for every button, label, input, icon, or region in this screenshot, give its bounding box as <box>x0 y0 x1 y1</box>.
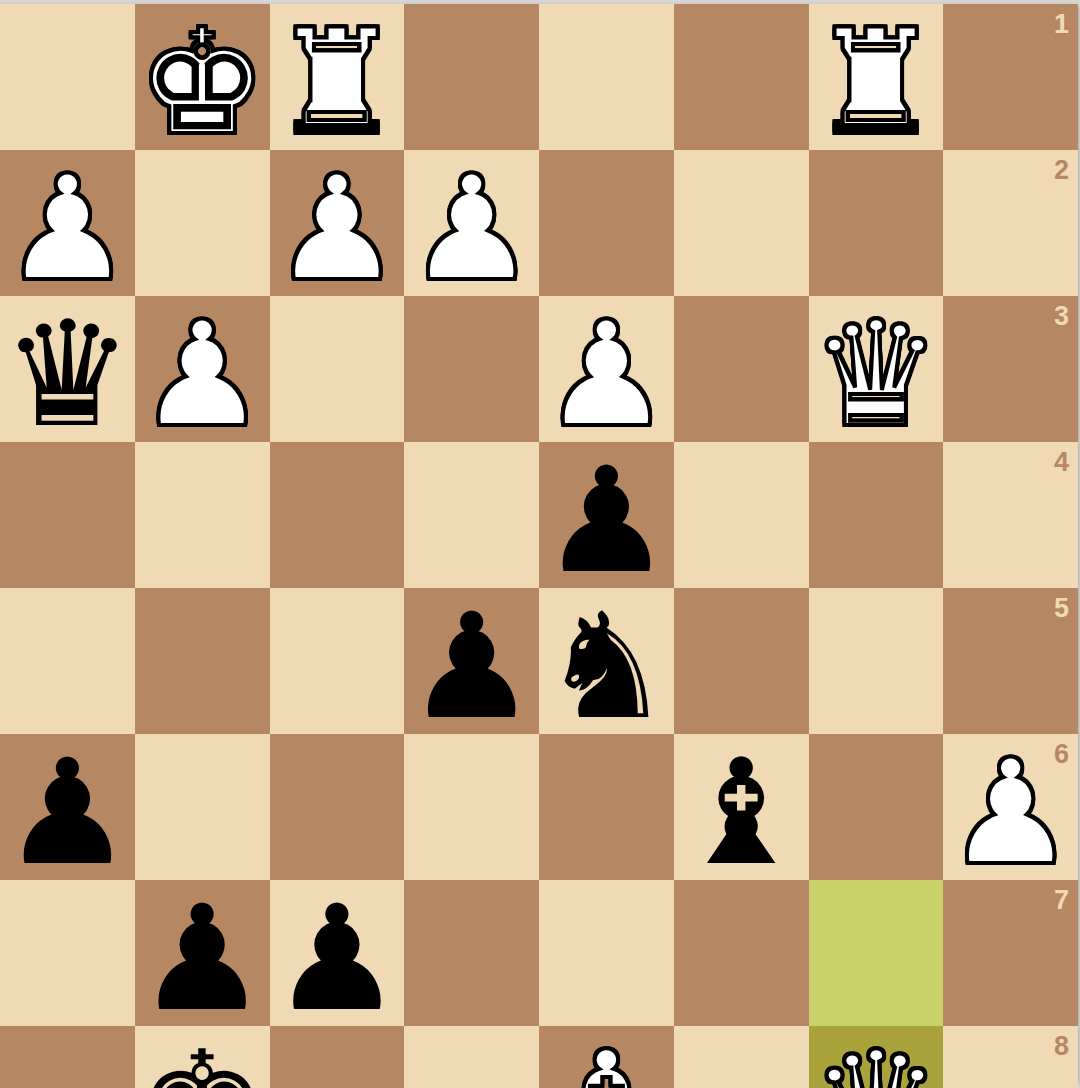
rank-label-4: 4 <box>1054 449 1069 476</box>
square-g4[interactable] <box>135 442 270 588</box>
white-bishop[interactable]: ♝ <box>541 1031 672 1088</box>
square-d2[interactable] <box>539 150 674 296</box>
square-d7[interactable] <box>539 880 674 1026</box>
white-pawn[interactable]: ♟ <box>271 155 402 301</box>
square-f1[interactable]: ♜ <box>270 4 405 150</box>
square-c2[interactable] <box>674 150 809 296</box>
square-b3[interactable]: ♛ <box>809 296 944 442</box>
square-f3[interactable] <box>270 296 405 442</box>
black-knight[interactable]: ♞ <box>541 593 672 739</box>
white-rook[interactable]: ♜ <box>271 9 402 155</box>
black-pawn[interactable]: ♟ <box>2 739 133 885</box>
rank-label-2: 2 <box>1054 157 1069 184</box>
square-g1[interactable]: ♚ <box>135 4 270 150</box>
square-a8[interactable]: a8 <box>943 1026 1078 1088</box>
square-c1[interactable] <box>674 4 809 150</box>
square-g7[interactable]: ♟ <box>135 880 270 1026</box>
square-d3[interactable]: ♟ <box>539 296 674 442</box>
white-pawn[interactable]: ♟ <box>406 155 537 301</box>
square-h7[interactable] <box>0 880 135 1026</box>
square-h8[interactable]: h <box>0 1026 135 1088</box>
rank-label-8: 8 <box>1054 1033 1069 1060</box>
black-pawn[interactable]: ♟ <box>406 593 537 739</box>
square-a6[interactable]: 6♟ <box>943 734 1078 880</box>
square-f4[interactable] <box>270 442 405 588</box>
rank-label-5: 5 <box>1054 595 1069 622</box>
square-a7[interactable]: 7 <box>943 880 1078 1026</box>
square-e8[interactable]: e <box>404 1026 539 1088</box>
square-a1[interactable]: 1 <box>943 4 1078 150</box>
square-e6[interactable] <box>404 734 539 880</box>
square-g8[interactable]: g♚ <box>135 1026 270 1088</box>
square-c4[interactable] <box>674 442 809 588</box>
square-a5[interactable]: 5 <box>943 588 1078 734</box>
square-c3[interactable] <box>674 296 809 442</box>
square-e2[interactable]: ♟ <box>404 150 539 296</box>
square-e1[interactable] <box>404 4 539 150</box>
square-d1[interactable] <box>539 4 674 150</box>
chess-board: ♚♜♜1♟♟♟2♛♟♟♛3♟4♟♞5♟♝6♟♟♟7hg♚fed♝cb♛a8 <box>0 4 1078 1082</box>
square-e3[interactable] <box>404 296 539 442</box>
square-f2[interactable]: ♟ <box>270 150 405 296</box>
square-b5[interactable] <box>809 588 944 734</box>
square-a3[interactable]: 3 <box>943 296 1078 442</box>
square-c5[interactable] <box>674 588 809 734</box>
rank-label-3: 3 <box>1054 303 1069 330</box>
square-h5[interactable] <box>0 588 135 734</box>
square-c7[interactable] <box>674 880 809 1026</box>
white-pawn[interactable]: ♟ <box>2 155 133 301</box>
square-f6[interactable] <box>270 734 405 880</box>
square-c6[interactable]: ♝ <box>674 734 809 880</box>
square-d6[interactable] <box>539 734 674 880</box>
square-f5[interactable] <box>270 588 405 734</box>
white-pawn[interactable]: ♟ <box>541 301 672 447</box>
square-b4[interactable] <box>809 442 944 588</box>
square-e5[interactable]: ♟ <box>404 588 539 734</box>
square-b1[interactable]: ♜ <box>809 4 944 150</box>
square-g6[interactable] <box>135 734 270 880</box>
square-b2[interactable] <box>809 150 944 296</box>
white-pawn[interactable]: ♟ <box>945 739 1076 885</box>
black-pawn[interactable]: ♟ <box>271 885 402 1031</box>
square-h4[interactable] <box>0 442 135 588</box>
white-king[interactable]: ♚ <box>137 9 268 155</box>
square-b6[interactable] <box>809 734 944 880</box>
black-queen[interactable]: ♛ <box>2 301 133 447</box>
square-d5[interactable]: ♞ <box>539 588 674 734</box>
square-d8[interactable]: d♝ <box>539 1026 674 1088</box>
square-h6[interactable]: ♟ <box>0 734 135 880</box>
square-d4[interactable]: ♟ <box>539 442 674 588</box>
black-bishop[interactable]: ♝ <box>676 739 807 885</box>
square-b7[interactable] <box>809 880 944 1026</box>
square-h2[interactable]: ♟ <box>0 150 135 296</box>
rank-label-1: 1 <box>1054 11 1069 38</box>
square-b8[interactable]: b♛ <box>809 1026 944 1088</box>
square-h3[interactable]: ♛ <box>0 296 135 442</box>
square-g5[interactable] <box>135 588 270 734</box>
white-pawn[interactable]: ♟ <box>137 301 268 447</box>
square-g2[interactable] <box>135 150 270 296</box>
white-queen[interactable]: ♛ <box>810 1031 941 1088</box>
black-king[interactable]: ♚ <box>137 1031 268 1088</box>
square-c8[interactable]: c <box>674 1026 809 1088</box>
square-h1[interactable] <box>0 4 135 150</box>
square-a2[interactable]: 2 <box>943 150 1078 296</box>
square-g3[interactable]: ♟ <box>135 296 270 442</box>
black-pawn[interactable]: ♟ <box>541 447 672 593</box>
white-queen[interactable]: ♛ <box>810 301 941 447</box>
black-pawn[interactable]: ♟ <box>137 885 268 1031</box>
square-f7[interactable]: ♟ <box>270 880 405 1026</box>
square-e7[interactable] <box>404 880 539 1026</box>
square-e4[interactable] <box>404 442 539 588</box>
white-rook[interactable]: ♜ <box>810 9 941 155</box>
square-a4[interactable]: 4 <box>943 442 1078 588</box>
